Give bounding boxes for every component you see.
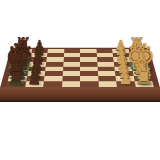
chess-set-photo: ♜♞♝♛♚♝♞♜♟♟♟♟♟♟♟♟♟♟♟♟♟♟♟♟♜♞♝♛♚♝♞♜ bbox=[0, 0, 160, 160]
board-front-edge bbox=[0, 87, 160, 102]
chess-board bbox=[0, 48, 160, 88]
